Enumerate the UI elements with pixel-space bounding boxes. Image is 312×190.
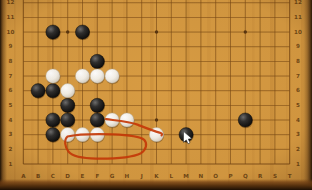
go-board[interactable]: 121211111010998877665544332211ABCDEFGHJK… [0,0,312,190]
board-edges [0,0,312,190]
board-edge-left [0,0,7,190]
board-edge-right [303,0,312,190]
vignette-overlay [0,0,312,190]
go-board-screen: 121211111010998877665544332211ABCDEFGHJK… [0,0,312,190]
board-edge-bottom [0,179,312,190]
